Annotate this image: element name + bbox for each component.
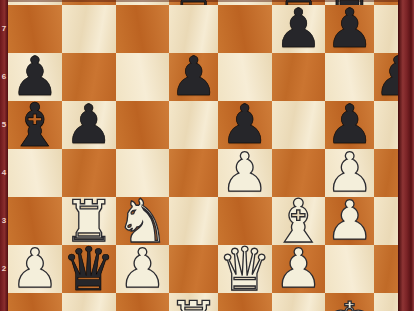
square-b2: ♛	[62, 245, 116, 293]
square-e2: ♛	[218, 245, 272, 293]
black-queen-icon: ♛	[62, 239, 116, 299]
black-pawn-icon: ♟	[64, 98, 112, 152]
square-f5	[272, 101, 326, 149]
white-pawn-icon: ♟	[325, 194, 373, 248]
square-d2	[169, 245, 217, 293]
square-d5	[169, 101, 217, 149]
square-d1: ♜	[169, 293, 217, 311]
white-pawn-icon: ♟	[118, 242, 166, 296]
white-king-icon: ♚	[325, 294, 373, 311]
rank-label-7: 7	[0, 24, 8, 34]
square-d6: ♟	[169, 53, 217, 101]
square-g7: ♟	[325, 5, 373, 53]
square-f7: ♟	[272, 5, 326, 53]
white-pawn-icon: ♟	[221, 146, 269, 200]
square-g1: ♚	[325, 293, 373, 311]
rank-label-2: 2	[0, 264, 8, 274]
square-b7	[62, 5, 116, 53]
white-rook-icon: ♜	[169, 294, 217, 311]
square-d4	[169, 149, 217, 197]
square-a2: ♟	[8, 245, 62, 293]
black-pawn-icon: ♟	[274, 2, 322, 56]
square-d3	[169, 197, 217, 245]
square-b5: ♟	[62, 101, 116, 149]
chess-diagram: ♜♜♚♟♟♟♟♟♝♟♟♟♟♟♜♞♝♟♟♛♟♛♟♜♚ 765432	[0, 0, 414, 311]
white-queen-icon: ♛	[218, 239, 272, 299]
square-a5: ♝	[8, 101, 62, 149]
square-f2: ♟	[272, 245, 326, 293]
square-c2: ♟	[116, 245, 170, 293]
square-e7	[218, 5, 272, 53]
rank-label-4: 4	[0, 168, 8, 178]
square-e4: ♟	[218, 149, 272, 197]
board: ♜♜♚♟♟♟♟♟♝♟♟♟♟♟♜♞♝♟♟♛♟♛♟♜♚	[8, 0, 398, 311]
square-c5	[116, 101, 170, 149]
square-f6	[272, 53, 326, 101]
rank-label-5: 5	[0, 120, 8, 130]
black-pawn-icon: ♟	[325, 2, 373, 56]
black-pawn-icon: ♟	[169, 50, 217, 104]
rank-label-3: 3	[0, 216, 8, 226]
square-g3: ♟	[325, 197, 373, 245]
square-c7	[116, 5, 170, 53]
square-c6	[116, 53, 170, 101]
black-rook-icon: ♜	[169, 0, 217, 5]
white-pawn-icon: ♟	[11, 242, 59, 296]
square-g2	[325, 245, 373, 293]
square-d8: ♜	[169, 0, 217, 5]
black-bishop-icon: ♝	[8, 95, 62, 155]
board-right-border	[398, 0, 414, 311]
white-pawn-icon: ♟	[274, 242, 322, 296]
rank-label-6: 6	[0, 72, 8, 82]
